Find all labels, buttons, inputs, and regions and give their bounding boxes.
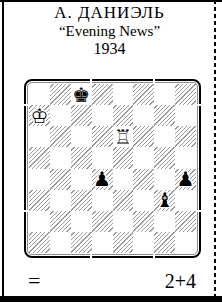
square-d6 xyxy=(92,126,113,147)
square-a6 xyxy=(29,126,50,147)
square-e1 xyxy=(113,232,134,253)
square-c3 xyxy=(71,190,92,211)
square-a1 xyxy=(29,232,50,253)
square-f1 xyxy=(133,232,154,253)
square-h4: ♟ xyxy=(175,169,196,190)
square-g1 xyxy=(154,232,175,253)
square-c2 xyxy=(71,211,92,232)
square-b7 xyxy=(50,105,71,126)
square-h6 xyxy=(175,126,196,147)
square-e7 xyxy=(113,105,134,126)
square-b4 xyxy=(50,169,71,190)
chess-board: ♚♚♔♜♖♟♟♝ xyxy=(24,79,201,258)
square-e8 xyxy=(113,84,134,105)
square-h8 xyxy=(175,84,196,105)
square-a2 xyxy=(29,211,50,232)
square-d3 xyxy=(92,190,113,211)
black-bishop: ♝ xyxy=(156,190,174,210)
square-b5 xyxy=(50,147,71,168)
frame-gap xyxy=(90,253,92,258)
material-count: 2+4 xyxy=(165,268,196,294)
square-f4 xyxy=(133,169,154,190)
square-g6 xyxy=(154,126,175,147)
top-rule xyxy=(0,0,222,2)
source-title: “Evening News” xyxy=(4,22,215,40)
frame-gap xyxy=(153,253,155,258)
square-f8 xyxy=(133,84,154,105)
square-h5 xyxy=(175,147,196,168)
square-g2 xyxy=(154,211,175,232)
square-g7 xyxy=(154,105,175,126)
square-e5 xyxy=(113,147,134,168)
square-a3 xyxy=(29,190,50,211)
square-b8 xyxy=(50,84,71,105)
square-a7: ♚♔ xyxy=(29,105,50,126)
black-pawn: ♟ xyxy=(177,169,195,189)
square-d4: ♟ xyxy=(92,169,113,190)
square-c1 xyxy=(71,232,92,253)
square-b3 xyxy=(50,190,71,211)
square-e3 xyxy=(113,190,134,211)
square-h2 xyxy=(175,211,196,232)
square-h7 xyxy=(175,105,196,126)
square-c4 xyxy=(71,169,92,190)
square-f2 xyxy=(133,211,154,232)
square-e2 xyxy=(113,211,134,232)
square-f3 xyxy=(133,190,154,211)
square-c5 xyxy=(71,147,92,168)
board-grid: ♚♚♔♜♖♟♟♝ xyxy=(29,84,196,253)
square-a4 xyxy=(29,169,50,190)
black-king: ♚ xyxy=(72,85,90,105)
square-f5 xyxy=(133,147,154,168)
square-a5 xyxy=(29,147,50,168)
frame-gap xyxy=(90,79,92,84)
frame-gap xyxy=(196,104,201,106)
square-d5 xyxy=(92,147,113,168)
square-b6 xyxy=(50,126,71,147)
stipulation-draw: = xyxy=(28,268,40,294)
problem-diagram-page: А. ДАНИЭЛЬ “Evening News” 1934 ♚♚♔♜♖♟♟♝ … xyxy=(0,0,222,305)
square-h1 xyxy=(175,232,196,253)
publication-year: 1934 xyxy=(4,40,215,58)
square-g3: ♝ xyxy=(154,190,175,211)
frame-gap xyxy=(24,104,29,106)
square-f7 xyxy=(133,105,154,126)
footer: = 2+4 xyxy=(28,264,196,294)
square-a8 xyxy=(29,84,50,105)
frame-gap xyxy=(24,210,29,212)
square-e6: ♜♖ xyxy=(113,126,134,147)
frame-gap xyxy=(153,79,155,84)
square-e4 xyxy=(113,169,134,190)
square-g5 xyxy=(154,147,175,168)
square-b2 xyxy=(50,211,71,232)
square-d2 xyxy=(92,211,113,232)
square-h3 xyxy=(175,190,196,211)
square-d7 xyxy=(92,105,113,126)
square-d1 xyxy=(92,232,113,253)
square-b1 xyxy=(50,232,71,253)
header: А. ДАНИЭЛЬ “Evening News” 1934 xyxy=(4,3,215,58)
bottom-rule xyxy=(0,296,222,302)
black-pawn: ♟ xyxy=(93,169,111,189)
square-f6 xyxy=(133,126,154,147)
square-c6 xyxy=(71,126,92,147)
white-rook: ♜♖ xyxy=(114,127,132,147)
frame-gap xyxy=(196,210,201,212)
white-king: ♚♔ xyxy=(30,106,48,126)
square-g4 xyxy=(154,169,175,190)
square-g8 xyxy=(154,84,175,105)
author-name: А. ДАНИЭЛЬ xyxy=(4,3,215,22)
square-d8 xyxy=(92,84,113,105)
square-c7 xyxy=(71,105,92,126)
square-c8: ♚ xyxy=(71,84,92,105)
